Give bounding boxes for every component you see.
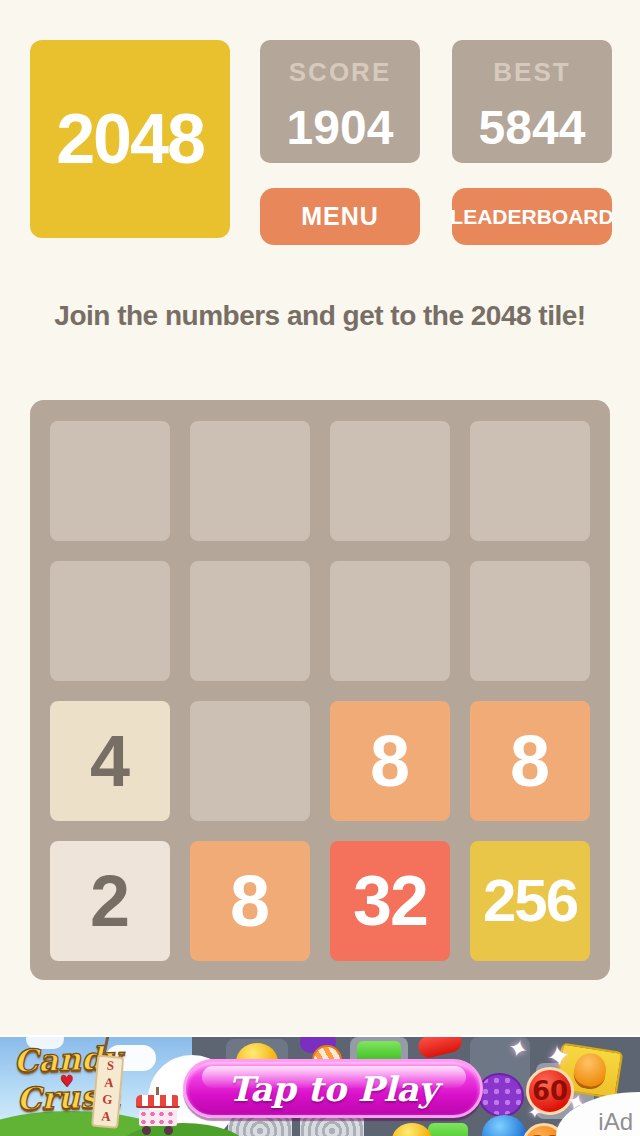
cart-body: [139, 1110, 177, 1126]
empty-cell-r0c0: [50, 421, 170, 541]
button-gloss: [202, 1066, 466, 1088]
candy-crush-logo: Candy Crush ♥ SAGA: [6, 1037, 139, 1136]
game-logo-tile: 2048: [30, 40, 230, 238]
best-box: BEST 5844: [452, 40, 612, 163]
iad-label: iAd: [598, 1108, 633, 1136]
tile-8-r2c2: 8: [330, 701, 450, 821]
score-label: SCORE: [260, 57, 420, 88]
tagline-text: Join the numbers and get to the 2048 til…: [0, 300, 640, 332]
app-screen: 2048 SCORE 1904 BEST 5844 MENU LEADERBOA…: [0, 0, 640, 1136]
best-label: BEST: [452, 57, 612, 88]
candy-cart: [136, 1095, 180, 1135]
empty-cell-r2c1: [190, 701, 310, 821]
score-value: 1904: [260, 100, 420, 155]
tap-to-play-button[interactable]: Tap to Play: [183, 1059, 483, 1118]
empty-cell-r0c2: [330, 421, 450, 541]
cart-wheel: [164, 1126, 173, 1135]
cart-awning: [136, 1095, 180, 1108]
best-value: 5844: [452, 100, 612, 155]
empty-cell-r1c1: [190, 561, 310, 681]
tile-8-r3c1: 8: [190, 841, 310, 961]
game-board[interactable]: 4882832256: [30, 400, 610, 980]
tile-2-r3c0: 2: [50, 841, 170, 961]
tile-8-r2c3: 8: [470, 701, 590, 821]
empty-cell-r1c3: [470, 561, 590, 681]
purple-cluster-candy-icon: [478, 1073, 524, 1117]
saga-tag: SAGA: [91, 1055, 124, 1129]
tile-4-r2c0: 4: [50, 701, 170, 821]
orange-candy-icon: [571, 1051, 608, 1092]
empty-cell-r0c3: [470, 421, 590, 541]
heart-icon: ♥: [59, 1071, 74, 1090]
score-box: SCORE 1904: [260, 40, 420, 163]
sparkle-icon: ✦: [528, 1103, 541, 1122]
ad-banner[interactable]: 60 60 ✦ ✦ ✦ ✦ Candy Crush ♥ SAGA: [0, 1035, 640, 1136]
empty-cell-r0c1: [190, 421, 310, 541]
cart-wheel: [142, 1126, 151, 1135]
green-candy-icon: [428, 1123, 468, 1136]
tile-256-r3c3: 256: [470, 841, 590, 961]
empty-cell-r1c2: [330, 561, 450, 681]
menu-button[interactable]: MENU: [260, 188, 420, 245]
board-grid: 4882832256: [50, 421, 590, 961]
tile-32-r3c2: 32: [330, 841, 450, 961]
game-logo-text: 2048: [56, 99, 204, 179]
leaderboard-button[interactable]: LEADERBOARD: [452, 188, 612, 245]
empty-cell-r1c0: [50, 561, 170, 681]
